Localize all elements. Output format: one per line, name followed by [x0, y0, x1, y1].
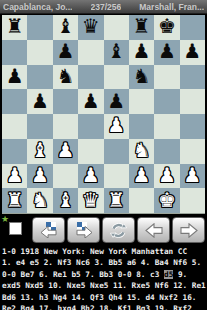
square-f4[interactable]: [129, 114, 154, 139]
square-g7[interactable]: ♟: [154, 40, 179, 65]
arrow-left-icon: [145, 223, 163, 238]
black-rook-piece: ♜: [133, 16, 151, 36]
square-c2[interactable]: [53, 164, 78, 189]
square-c3[interactable]: ♟: [53, 139, 78, 164]
square-d7[interactable]: [78, 40, 103, 65]
black-pawn-piece: ♟: [31, 91, 49, 111]
current-move-highlight: d5: [164, 270, 173, 279]
square-e6[interactable]: [104, 65, 129, 90]
flip-board-button[interactable]: [102, 217, 135, 243]
square-h7[interactable]: ♟: [180, 40, 205, 65]
square-g4[interactable]: [154, 114, 179, 139]
square-c4[interactable]: [53, 114, 78, 139]
square-g1[interactable]: ♚: [154, 188, 179, 213]
black-bishop-piece: ♝: [107, 41, 125, 61]
white-pawn-piece: ♟: [133, 165, 151, 185]
white-player-name: Capablanca, Jo...: [3, 2, 72, 12]
square-a7[interactable]: [2, 40, 27, 65]
board-area: ♜♝♛♜♚♟♝♟♟♟♟♞♞♟♟♟♟♝♟♞♟♟♟♟♟♟♜♞♝♛♜♚: [2, 15, 205, 214]
move-line: Re2 Bg4 17. hxg4 Bh2 18. Kf1 Bg3 19. Rxf…: [2, 303, 207, 310]
square-a6[interactable]: ♟: [2, 65, 27, 90]
square-g6[interactable]: [154, 65, 179, 90]
move-text: 0-0 Be7 6. Re1 b5 7. Bb3 0-0 8. c3: [2, 270, 164, 279]
move-text: exd5 Nxd5 10. Nxe5 Nxe5 11. Rxe5 Nf6 12.…: [2, 281, 206, 290]
square-f6[interactable]: ♞: [129, 65, 154, 90]
square-f7[interactable]: ♟: [129, 40, 154, 65]
square-f2[interactable]: ♟: [129, 164, 154, 189]
move-list[interactable]: 1-0 1918 New York: New York Manhattan CC…: [0, 243, 207, 310]
square-h8[interactable]: [180, 15, 205, 40]
black-rook-piece: ♜: [6, 16, 24, 36]
square-a8[interactable]: ♜: [2, 15, 27, 40]
white-king-piece: ♚: [158, 190, 176, 210]
white-knight-piece: ♞: [133, 140, 151, 160]
square-e7[interactable]: ♝: [104, 40, 129, 65]
square-e1[interactable]: ♜: [104, 188, 129, 213]
square-h5[interactable]: [180, 89, 205, 114]
square-a4[interactable]: [2, 114, 27, 139]
square-g2[interactable]: ♟: [154, 164, 179, 189]
black-pawn-piece: ♟: [56, 41, 74, 61]
white-pawn-piece: ♟: [56, 140, 74, 160]
black-king-piece: ♚: [158, 16, 176, 36]
square-d6[interactable]: [78, 65, 103, 90]
square-f8[interactable]: ♜: [129, 15, 154, 40]
square-b2[interactable]: ♟: [27, 164, 52, 189]
black-bishop-piece: ♝: [56, 16, 74, 36]
move-line: exd5 Nxd5 10. Nxe5 Nxe5 11. Rxe5 Nf6 12.…: [2, 280, 207, 291]
square-e3[interactable]: [104, 139, 129, 164]
black-pawn-piece: ♟: [158, 41, 176, 61]
square-h4[interactable]: [180, 114, 205, 139]
square-b6[interactable]: [27, 65, 52, 90]
chess-board[interactable]: ♜♝♛♜♚♟♝♟♟♟♟♞♞♟♟♟♟♝♟♞♟♟♟♟♟♟♜♞♝♛♜♚: [2, 15, 205, 214]
white-bishop-piece: ♝: [56, 190, 74, 210]
square-c8[interactable]: ♝: [53, 15, 78, 40]
black-pawn-piece: ♟: [133, 41, 151, 61]
toolbar-buttons: [32, 217, 205, 243]
square-d5[interactable]: ♟: [78, 89, 103, 114]
move-line: 1. e4 e5 2. Nf3 Nc6 3. Bb5 a6 4. Ba4 Nf6…: [2, 257, 207, 268]
square-e2[interactable]: [104, 164, 129, 189]
square-b4[interactable]: [27, 114, 52, 139]
white-pawn-piece: ♟: [158, 165, 176, 185]
square-a3[interactable]: [2, 139, 27, 164]
square-c5[interactable]: [53, 89, 78, 114]
square-c1[interactable]: ♝: [53, 188, 78, 213]
square-f3[interactable]: ♞: [129, 139, 154, 164]
board-arrow-right-icon: [75, 222, 93, 238]
square-g3[interactable]: [154, 139, 179, 164]
previous-game-button[interactable]: [32, 217, 65, 243]
app-titlebar: Capablanca, Jo... 237/256 Marshall, Fran…: [0, 0, 207, 14]
game-counter: 237/256: [91, 2, 122, 12]
black-pawn-piece: ♟: [107, 91, 125, 111]
square-b5[interactable]: ♟: [27, 89, 52, 114]
move-text: 9.: [173, 270, 187, 279]
square-d3[interactable]: [78, 139, 103, 164]
black-knight-piece: ♞: [56, 66, 74, 86]
square-d1[interactable]: ♛: [78, 188, 103, 213]
move-text: Re2 Bg4 17. hxg4 Bh2 18. Kf1 Bg3 19. Rxf…: [2, 304, 192, 310]
next-game-button[interactable]: [67, 217, 100, 243]
arrow-right-icon: [180, 223, 198, 238]
white-pawn-piece: ♟: [6, 165, 24, 185]
next-move-button[interactable]: [172, 217, 205, 243]
black-knight-piece: ♞: [133, 66, 151, 86]
toolbar: ★: [0, 216, 207, 244]
square-h3[interactable]: [180, 139, 205, 164]
previous-move-button[interactable]: [137, 217, 170, 243]
black-pawn-piece: ♟: [82, 91, 100, 111]
square-c6[interactable]: ♞: [53, 65, 78, 90]
square-b1[interactable]: ♞: [27, 188, 52, 213]
square-a5[interactable]: [2, 89, 27, 114]
move-text: Bd6 13. h3 Ng4 14. Qf3 Qh4 15. d4 Nxf2 1…: [2, 293, 196, 302]
white-pawn-piece: ♟: [82, 165, 100, 185]
square-h6[interactable]: [180, 65, 205, 90]
favorite-star-icon: ★: [1, 214, 9, 224]
black-queen-piece: ♛: [82, 16, 100, 36]
white-queen-piece: ♛: [82, 190, 100, 210]
square-b7[interactable]: [27, 40, 52, 65]
square-g5[interactable]: [154, 89, 179, 114]
move-text: 1. e4 e5 2. Nf3 Nc6 3. Bb5 a6 4. Ba4 Nf6…: [2, 258, 201, 267]
white-pawn-piece: ♟: [31, 165, 49, 185]
refresh-icon: [110, 222, 127, 239]
white-rook-piece: ♜: [107, 190, 125, 210]
white-pawn-piece: ♟: [107, 115, 125, 135]
square-d4[interactable]: [78, 114, 103, 139]
square-b8[interactable]: [27, 15, 52, 40]
square-h1[interactable]: [180, 188, 205, 213]
square-e5[interactable]: ♟: [104, 89, 129, 114]
square-a2[interactable]: ♟: [2, 164, 27, 189]
game-header-line: 1-0 1918 New York: New York Manhattan CC: [2, 246, 207, 257]
black-pawn-piece: ♟: [183, 41, 201, 61]
side-to-move-indicator: [9, 222, 22, 235]
move-line: 0-0 Be7 6. Re1 b5 7. Bb3 0-0 8. c3 d5 9.: [2, 269, 207, 280]
white-knight-piece: ♞: [31, 190, 49, 210]
square-f1[interactable]: [129, 188, 154, 213]
white-rook-piece: ♜: [6, 190, 24, 210]
square-b3[interactable]: ♝: [27, 139, 52, 164]
square-g8[interactable]: ♚: [154, 15, 179, 40]
white-pawn-piece: ♟: [183, 165, 201, 185]
white-bishop-piece: ♝: [31, 140, 49, 160]
square-f5[interactable]: [129, 89, 154, 114]
square-a1[interactable]: ♜: [2, 188, 27, 213]
square-c7[interactable]: ♟: [53, 40, 78, 65]
black-player-name: Marshall, Fran...: [139, 2, 204, 12]
board-arrow-left-icon: [40, 222, 58, 238]
square-e4[interactable]: ♟: [104, 114, 129, 139]
square-d8[interactable]: ♛: [78, 15, 103, 40]
move-line: Bd6 13. h3 Ng4 14. Qf3 Qh4 15. d4 Nxf2 1…: [2, 292, 207, 303]
square-d2[interactable]: ♟: [78, 164, 103, 189]
black-pawn-piece: ♟: [6, 66, 24, 86]
square-h2[interactable]: ♟: [180, 164, 205, 189]
square-e8[interactable]: [104, 15, 129, 40]
